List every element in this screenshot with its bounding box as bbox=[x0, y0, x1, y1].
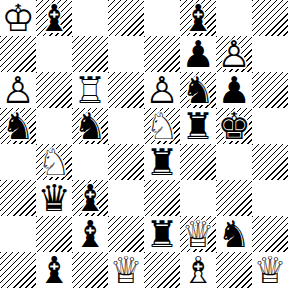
square-e4[interactable]: ♜♜ bbox=[144, 144, 180, 180]
square-d4[interactable] bbox=[108, 144, 144, 180]
square-g5[interactable]: ♚♚ bbox=[216, 108, 252, 144]
square-b2[interactable] bbox=[36, 216, 72, 252]
piece-halo: ♟ bbox=[216, 72, 252, 108]
piece-black-knight: ♞ bbox=[216, 216, 252, 252]
square-b4[interactable]: ♞♘ bbox=[36, 144, 72, 180]
square-f8[interactable]: ♝♝ bbox=[180, 0, 216, 36]
chess-board: ♚♔♝♝♝♝♟♟♟♙♟♙♜♖♟♙♞♞♟♟♞♞♞♞♞♘♜♜♚♚♞♘♜♜♛♛♝♝♝♝… bbox=[0, 0, 288, 288]
piece-black-pawn: ♟ bbox=[180, 36, 216, 72]
piece-white-queen: ♕ bbox=[108, 252, 144, 288]
square-b1[interactable]: ♝♝ bbox=[36, 252, 72, 288]
piece-white-pawn: ♙ bbox=[144, 72, 180, 108]
square-a2[interactable] bbox=[0, 216, 36, 252]
square-h4[interactable] bbox=[252, 144, 288, 180]
piece-halo: ♜ bbox=[144, 216, 180, 252]
piece-halo: ♞ bbox=[144, 108, 180, 144]
square-f6[interactable]: ♞♞ bbox=[180, 72, 216, 108]
piece-white-queen: ♕ bbox=[252, 252, 288, 288]
square-f2[interactable]: ♛♕ bbox=[180, 216, 216, 252]
piece-black-pawn: ♟ bbox=[216, 72, 252, 108]
piece-halo: ♞ bbox=[36, 144, 72, 180]
square-g3[interactable] bbox=[216, 180, 252, 216]
piece-halo: ♟ bbox=[216, 36, 252, 72]
piece-halo: ♞ bbox=[180, 72, 216, 108]
square-h7[interactable] bbox=[252, 36, 288, 72]
piece-black-bishop: ♝ bbox=[36, 252, 72, 288]
piece-halo: ♚ bbox=[216, 108, 252, 144]
square-f7[interactable]: ♟♟ bbox=[180, 36, 216, 72]
piece-halo: ♝ bbox=[180, 252, 216, 288]
square-g7[interactable]: ♟♙ bbox=[216, 36, 252, 72]
square-d6[interactable] bbox=[108, 72, 144, 108]
square-g1[interactable] bbox=[216, 252, 252, 288]
piece-halo: ♛ bbox=[108, 252, 144, 288]
piece-white-bishop: ♗ bbox=[180, 252, 216, 288]
piece-halo: ♟ bbox=[180, 36, 216, 72]
square-b5[interactable] bbox=[36, 108, 72, 144]
piece-black-bishop: ♝ bbox=[72, 216, 108, 252]
square-d3[interactable] bbox=[108, 180, 144, 216]
piece-black-rook: ♜ bbox=[180, 108, 216, 144]
square-c5[interactable]: ♞♞ bbox=[72, 108, 108, 144]
piece-black-bishop: ♝ bbox=[180, 0, 216, 36]
square-g8[interactable] bbox=[216, 0, 252, 36]
piece-white-queen: ♕ bbox=[180, 216, 216, 252]
square-f3[interactable] bbox=[180, 180, 216, 216]
square-h6[interactable] bbox=[252, 72, 288, 108]
square-h5[interactable] bbox=[252, 108, 288, 144]
piece-halo: ♞ bbox=[216, 216, 252, 252]
piece-halo: ♚ bbox=[0, 0, 36, 36]
square-e1[interactable] bbox=[144, 252, 180, 288]
square-f5[interactable]: ♜♜ bbox=[180, 108, 216, 144]
square-g2[interactable]: ♞♞ bbox=[216, 216, 252, 252]
square-a1[interactable] bbox=[0, 252, 36, 288]
square-b3[interactable]: ♛♛ bbox=[36, 180, 72, 216]
square-e3[interactable] bbox=[144, 180, 180, 216]
piece-halo: ♜ bbox=[72, 72, 108, 108]
square-c6[interactable]: ♜♖ bbox=[72, 72, 108, 108]
square-h1[interactable]: ♛♕ bbox=[252, 252, 288, 288]
square-c7[interactable] bbox=[72, 36, 108, 72]
square-d7[interactable] bbox=[108, 36, 144, 72]
piece-halo: ♛ bbox=[36, 180, 72, 216]
square-b8[interactable]: ♝♝ bbox=[36, 0, 72, 36]
square-f4[interactable] bbox=[180, 144, 216, 180]
square-a3[interactable] bbox=[0, 180, 36, 216]
square-c4[interactable] bbox=[72, 144, 108, 180]
square-e6[interactable]: ♟♙ bbox=[144, 72, 180, 108]
piece-white-rook: ♖ bbox=[72, 72, 108, 108]
piece-halo: ♛ bbox=[180, 216, 216, 252]
square-b6[interactable] bbox=[36, 72, 72, 108]
piece-halo: ♝ bbox=[72, 216, 108, 252]
square-a6[interactable]: ♟♙ bbox=[0, 72, 36, 108]
piece-white-king: ♔ bbox=[0, 0, 36, 36]
square-e8[interactable] bbox=[144, 0, 180, 36]
square-d1[interactable]: ♛♕ bbox=[108, 252, 144, 288]
piece-black-bishop: ♝ bbox=[72, 180, 108, 216]
piece-halo: ♜ bbox=[144, 144, 180, 180]
square-d8[interactable] bbox=[108, 0, 144, 36]
square-c8[interactable] bbox=[72, 0, 108, 36]
square-a8[interactable]: ♚♔ bbox=[0, 0, 36, 36]
piece-white-pawn: ♙ bbox=[0, 72, 36, 108]
piece-white-knight: ♘ bbox=[36, 144, 72, 180]
piece-halo: ♟ bbox=[144, 72, 180, 108]
square-g6[interactable]: ♟♟ bbox=[216, 72, 252, 108]
square-a5[interactable]: ♞♞ bbox=[0, 108, 36, 144]
square-h2[interactable] bbox=[252, 216, 288, 252]
square-e7[interactable] bbox=[144, 36, 180, 72]
square-e5[interactable]: ♞♘ bbox=[144, 108, 180, 144]
square-h3[interactable] bbox=[252, 180, 288, 216]
square-a4[interactable] bbox=[0, 144, 36, 180]
square-g4[interactable] bbox=[216, 144, 252, 180]
piece-halo: ♝ bbox=[36, 252, 72, 288]
square-f1[interactable]: ♝♗ bbox=[180, 252, 216, 288]
piece-black-king: ♚ bbox=[216, 108, 252, 144]
piece-halo: ♝ bbox=[36, 0, 72, 36]
piece-halo: ♝ bbox=[180, 0, 216, 36]
square-c2[interactable]: ♝♝ bbox=[72, 216, 108, 252]
piece-black-knight: ♞ bbox=[72, 108, 108, 144]
piece-black-knight: ♞ bbox=[180, 72, 216, 108]
piece-black-bishop: ♝ bbox=[36, 0, 72, 36]
square-h8[interactable] bbox=[252, 0, 288, 36]
square-c3[interactable]: ♝♝ bbox=[72, 180, 108, 216]
square-a7[interactable] bbox=[0, 36, 36, 72]
piece-halo: ♛ bbox=[252, 252, 288, 288]
square-c1[interactable] bbox=[72, 252, 108, 288]
piece-white-knight: ♘ bbox=[144, 108, 180, 144]
square-d2[interactable] bbox=[108, 216, 144, 252]
piece-halo: ♞ bbox=[72, 108, 108, 144]
piece-black-knight: ♞ bbox=[0, 108, 36, 144]
piece-halo: ♝ bbox=[72, 180, 108, 216]
piece-white-pawn: ♙ bbox=[216, 36, 252, 72]
piece-black-rook: ♜ bbox=[144, 216, 180, 252]
piece-halo: ♟ bbox=[0, 72, 36, 108]
piece-halo: ♜ bbox=[180, 108, 216, 144]
square-d5[interactable] bbox=[108, 108, 144, 144]
square-b7[interactable] bbox=[36, 36, 72, 72]
piece-halo: ♞ bbox=[0, 108, 36, 144]
piece-black-rook: ♜ bbox=[144, 144, 180, 180]
square-e2[interactable]: ♜♜ bbox=[144, 216, 180, 252]
piece-black-queen: ♛ bbox=[36, 180, 72, 216]
